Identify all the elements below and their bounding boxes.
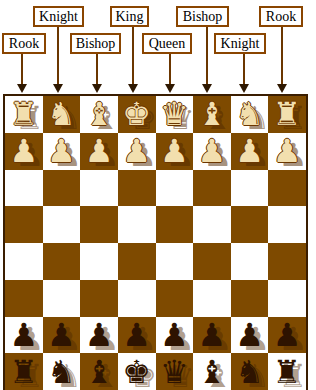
square-a6: [268, 280, 306, 317]
white-rook: ♜: [9, 98, 38, 130]
square-g4: [43, 206, 81, 243]
black-pawn: ♟: [235, 319, 264, 351]
white-pawn: ♟: [273, 135, 302, 167]
arrow-head-icon: [277, 84, 287, 93]
square-e6: [118, 280, 156, 317]
arrow-line-file7: [243, 54, 245, 84]
square-h6: [5, 280, 43, 317]
arrow-line-file6: [206, 27, 208, 84]
white-pawn: ♟: [160, 135, 189, 167]
square-f5: [80, 243, 118, 280]
black-rook: ♜: [273, 356, 302, 388]
square-b6: [231, 280, 269, 317]
square-f7: ♟: [80, 317, 118, 354]
square-d8: ♛: [156, 353, 194, 390]
square-g8: ♞: [43, 353, 81, 390]
square-g6: [43, 280, 81, 317]
square-h8: ♜: [5, 353, 43, 390]
black-pawn: ♟: [160, 319, 189, 351]
black-queen: ♛: [160, 356, 189, 388]
square-f8: ♝: [80, 353, 118, 390]
white-bishop: ♝: [85, 98, 114, 130]
square-c8: ♝: [193, 353, 231, 390]
square-d2: ♟: [156, 133, 194, 170]
square-e3: [118, 170, 156, 207]
arrow-head-icon: [128, 84, 138, 93]
square-c2: ♟: [193, 133, 231, 170]
arrow-head-icon: [17, 84, 27, 93]
square-a4: [268, 206, 306, 243]
arrow-head-icon: [92, 84, 102, 93]
white-pawn: ♟: [47, 135, 76, 167]
arrow-head-icon: [239, 84, 249, 93]
square-h5: [5, 243, 43, 280]
arrow-line-file2: [57, 27, 59, 84]
square-b3: [231, 170, 269, 207]
label-rook-file8: Rook: [259, 6, 303, 27]
square-f3: [80, 170, 118, 207]
black-king: ♚: [122, 356, 151, 388]
label-rook-file1: Rook: [2, 33, 46, 54]
square-f6: [80, 280, 118, 317]
square-g1: ♞: [43, 96, 81, 133]
white-king: ♚: [122, 98, 151, 130]
black-pawn: ♟: [85, 319, 114, 351]
label-bishop-file3: Bishop: [70, 33, 121, 54]
square-h7: ♟: [5, 317, 43, 354]
chess-diagram: Rook Knight Bishop King Queen Bishop Kni…: [0, 0, 316, 390]
square-g2: ♟: [43, 133, 81, 170]
white-knight: ♞: [47, 98, 76, 130]
black-pawn: ♟: [122, 319, 151, 351]
arrow-line-file5: [169, 54, 171, 84]
white-pawn: ♟: [85, 135, 114, 167]
arrow-line-file3: [96, 54, 98, 84]
white-queen: ♛: [160, 98, 189, 130]
square-e5: [118, 243, 156, 280]
square-f1: ♝: [80, 96, 118, 133]
white-rook: ♜: [273, 98, 302, 130]
square-e2: ♟: [118, 133, 156, 170]
square-g5: [43, 243, 81, 280]
black-knight: ♞: [47, 356, 76, 388]
square-c3: [193, 170, 231, 207]
square-d5: [156, 243, 194, 280]
square-f2: ♟: [80, 133, 118, 170]
label-queen-file5: Queen: [142, 33, 192, 54]
black-bishop: ♝: [198, 356, 227, 388]
white-pawn: ♟: [198, 135, 227, 167]
black-knight: ♞: [235, 356, 264, 388]
square-h3: [5, 170, 43, 207]
square-b5: [231, 243, 269, 280]
square-b7: ♟: [231, 317, 269, 354]
black-rook: ♜: [9, 356, 38, 388]
square-d3: [156, 170, 194, 207]
black-pawn: ♟: [9, 319, 38, 351]
black-pawn: ♟: [198, 319, 227, 351]
square-h1: ♜: [5, 96, 43, 133]
arrow-head-icon: [165, 84, 175, 93]
square-c1: ♝: [193, 96, 231, 133]
square-c4: [193, 206, 231, 243]
chess-board: ♜♞♝♚♛♝♞♜♟♟♟♟♟♟♟♟♟♟♟♟♟♟♟♟♜♞♝♚♛♝♞♜: [3, 94, 308, 390]
square-b1: ♞: [231, 96, 269, 133]
black-pawn: ♟: [47, 319, 76, 351]
square-c7: ♟: [193, 317, 231, 354]
arrow-head-icon: [53, 84, 63, 93]
square-d4: [156, 206, 194, 243]
label-knight-file7: Knight: [214, 33, 266, 54]
square-e1: ♚: [118, 96, 156, 133]
square-a3: [268, 170, 306, 207]
square-d7: ♟: [156, 317, 194, 354]
label-knight-file2: Knight: [33, 6, 84, 27]
black-bishop: ♝: [85, 356, 114, 388]
square-a8: ♜: [268, 353, 306, 390]
black-pawn: ♟: [273, 319, 302, 351]
square-a7: ♟: [268, 317, 306, 354]
label-king-file4: King: [110, 6, 149, 27]
square-e4: [118, 206, 156, 243]
square-b4: [231, 206, 269, 243]
square-e7: ♟: [118, 317, 156, 354]
label-bishop-file6: Bishop: [176, 6, 229, 27]
white-pawn: ♟: [9, 135, 38, 167]
white-knight: ♞: [235, 98, 264, 130]
square-a2: ♟: [268, 133, 306, 170]
arrow-line-file1: [21, 54, 23, 84]
square-g7: ♟: [43, 317, 81, 354]
white-pawn: ♟: [235, 135, 264, 167]
square-f4: [80, 206, 118, 243]
white-pawn: ♟: [122, 135, 151, 167]
square-d6: [156, 280, 194, 317]
arrow-line-file4: [132, 27, 134, 84]
square-b2: ♟: [231, 133, 269, 170]
square-a1: ♜: [268, 96, 306, 133]
white-bishop: ♝: [198, 98, 227, 130]
square-b8: ♞: [231, 353, 269, 390]
square-c5: [193, 243, 231, 280]
arrow-line-file8: [281, 27, 283, 84]
square-h4: [5, 206, 43, 243]
square-e8: ♚: [118, 353, 156, 390]
square-a5: [268, 243, 306, 280]
arrow-head-icon: [202, 84, 212, 93]
square-h2: ♟: [5, 133, 43, 170]
square-g3: [43, 170, 81, 207]
square-d1: ♛: [156, 96, 194, 133]
square-c6: [193, 280, 231, 317]
